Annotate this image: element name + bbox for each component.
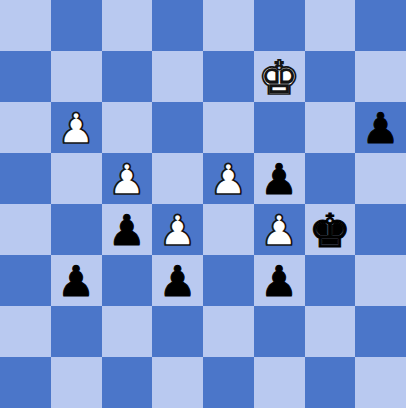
square-d4[interactable]: ♟ [152,204,203,255]
square-d7[interactable] [152,51,203,102]
piece-black-pawn[interactable]: ♟ [57,261,95,303]
square-a2[interactable] [0,306,51,357]
square-a4[interactable] [0,204,51,255]
square-f6[interactable] [254,102,305,153]
square-a7[interactable] [0,51,51,102]
square-g7[interactable] [305,51,356,102]
piece-white-pawn[interactable]: ♟ [159,210,197,252]
square-b8[interactable] [51,0,102,51]
square-a3[interactable] [0,255,51,306]
square-e7[interactable] [203,51,254,102]
square-h2[interactable] [355,306,406,357]
square-h5[interactable] [355,153,406,204]
square-d5[interactable] [152,153,203,204]
piece-black-pawn[interactable]: ♟ [260,159,298,201]
square-a1[interactable] [0,357,51,408]
piece-white-pawn[interactable]: ♟ [57,108,95,150]
square-g2[interactable] [305,306,356,357]
square-h3[interactable] [355,255,406,306]
square-e3[interactable] [203,255,254,306]
square-f3[interactable]: ♟ [254,255,305,306]
square-d3[interactable]: ♟ [152,255,203,306]
piece-black-king[interactable]: ♚ [309,207,351,254]
square-b2[interactable] [51,306,102,357]
square-g5[interactable] [305,153,356,204]
square-b6[interactable]: ♟ [51,102,102,153]
piece-white-pawn[interactable]: ♟ [210,159,248,201]
square-b5[interactable] [51,153,102,204]
square-b7[interactable] [51,51,102,102]
square-e2[interactable] [203,306,254,357]
piece-white-pawn[interactable]: ♟ [108,159,146,201]
square-f4[interactable]: ♟ [254,204,305,255]
piece-black-pawn[interactable]: ♟ [362,108,400,150]
square-c5[interactable]: ♟ [102,153,153,204]
square-a6[interactable] [0,102,51,153]
piece-white-pawn[interactable]: ♟ [260,210,298,252]
square-d6[interactable] [152,102,203,153]
square-a8[interactable] [0,0,51,51]
square-h4[interactable] [355,204,406,255]
square-e6[interactable] [203,102,254,153]
square-d2[interactable] [152,306,203,357]
square-d8[interactable] [152,0,203,51]
square-h8[interactable] [355,0,406,51]
piece-white-king[interactable]: ♚ [258,54,300,101]
square-f1[interactable] [254,357,305,408]
square-f7[interactable]: ♚ [254,51,305,102]
chess-board: ♚♟♟♟♟♟♟♟♟♚♟♟♟ [0,0,406,408]
square-b1[interactable] [51,357,102,408]
piece-black-pawn[interactable]: ♟ [159,261,197,303]
square-b4[interactable] [51,204,102,255]
piece-black-pawn[interactable]: ♟ [260,261,298,303]
square-f2[interactable] [254,306,305,357]
square-c8[interactable] [102,0,153,51]
square-f5[interactable]: ♟ [254,153,305,204]
square-d1[interactable] [152,357,203,408]
square-h6[interactable]: ♟ [355,102,406,153]
piece-black-pawn[interactable]: ♟ [108,210,146,252]
square-c1[interactable] [102,357,153,408]
square-g4[interactable]: ♚ [305,204,356,255]
square-h1[interactable] [355,357,406,408]
square-e1[interactable] [203,357,254,408]
square-g6[interactable] [305,102,356,153]
square-g1[interactable] [305,357,356,408]
square-a5[interactable] [0,153,51,204]
square-e8[interactable] [203,0,254,51]
square-h7[interactable] [355,51,406,102]
square-c4[interactable]: ♟ [102,204,153,255]
square-e4[interactable] [203,204,254,255]
square-c7[interactable] [102,51,153,102]
square-c3[interactable] [102,255,153,306]
square-c6[interactable] [102,102,153,153]
square-g8[interactable] [305,0,356,51]
square-f8[interactable] [254,0,305,51]
square-b3[interactable]: ♟ [51,255,102,306]
square-e5[interactable]: ♟ [203,153,254,204]
square-g3[interactable] [305,255,356,306]
square-c2[interactable] [102,306,153,357]
